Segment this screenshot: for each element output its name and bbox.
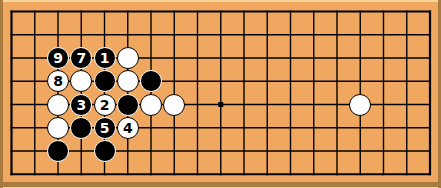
stone-white bbox=[117, 70, 139, 92]
stone-white bbox=[47, 117, 69, 139]
stone-black-move-5: 5 bbox=[94, 117, 116, 139]
move-number: 4 bbox=[123, 120, 133, 134]
move-number: 3 bbox=[76, 97, 86, 111]
move-number: 2 bbox=[100, 97, 110, 111]
stone-black bbox=[94, 140, 116, 162]
move-number: 8 bbox=[53, 74, 63, 88]
stone-white-move-4: 4 bbox=[117, 117, 139, 139]
stone-black bbox=[47, 140, 69, 162]
go-board-grid bbox=[0, 0, 441, 188]
stone-black-move-1: 1 bbox=[94, 47, 116, 69]
move-number: 7 bbox=[76, 51, 86, 65]
stone-white bbox=[117, 47, 139, 69]
frame-left-shadow bbox=[0, 0, 3, 188]
move-number: 5 bbox=[100, 120, 110, 134]
go-board-diagram: 97183254 bbox=[0, 0, 441, 188]
stone-black bbox=[94, 70, 116, 92]
stone-black-move-9: 9 bbox=[47, 47, 69, 69]
stone-black bbox=[117, 94, 139, 116]
frame-top-highlight bbox=[0, 0, 441, 2]
move-number: 1 bbox=[100, 51, 110, 65]
stone-white bbox=[163, 94, 185, 116]
stone-white bbox=[349, 94, 371, 116]
stone-white bbox=[140, 94, 162, 116]
stone-black bbox=[70, 117, 92, 139]
stone-white-move-2: 2 bbox=[94, 94, 116, 116]
stone-white bbox=[47, 94, 69, 116]
move-number: 9 bbox=[53, 51, 63, 65]
frame-bottom-edge bbox=[0, 187, 441, 188]
stone-black-move-3: 3 bbox=[70, 94, 92, 116]
star-point bbox=[218, 102, 223, 107]
